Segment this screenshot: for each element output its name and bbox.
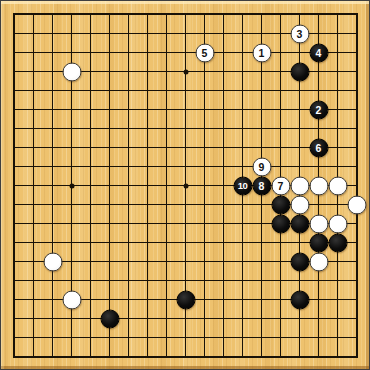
move-number-label: 9 bbox=[259, 161, 265, 172]
stone-white[interactable]: 9 bbox=[252, 157, 271, 176]
stone-white[interactable]: 3 bbox=[290, 24, 309, 43]
stone-black[interactable] bbox=[290, 214, 309, 233]
stone-white[interactable] bbox=[290, 176, 309, 195]
stone-white[interactable]: 5 bbox=[195, 43, 214, 62]
stone-white[interactable]: 1 bbox=[252, 43, 271, 62]
stone-white[interactable] bbox=[290, 195, 309, 214]
stone-white[interactable] bbox=[309, 176, 328, 195]
stone-black[interactable]: 6 bbox=[309, 138, 328, 157]
move-number-label: 6 bbox=[316, 142, 322, 153]
hoshi-point bbox=[69, 183, 74, 188]
stone-black[interactable] bbox=[290, 290, 309, 309]
stone-black[interactable] bbox=[328, 233, 347, 252]
stone-black[interactable] bbox=[290, 62, 309, 81]
stone-white[interactable] bbox=[309, 214, 328, 233]
stone-white[interactable] bbox=[328, 214, 347, 233]
move-number-label: 4 bbox=[316, 47, 322, 58]
move-number-label: 10 bbox=[238, 181, 247, 191]
stone-black[interactable]: 10 bbox=[233, 176, 252, 195]
move-number-label: 2 bbox=[316, 104, 322, 115]
stone-black[interactable] bbox=[309, 233, 328, 252]
move-number-label: 1 bbox=[259, 47, 265, 58]
move-number-label: 7 bbox=[278, 180, 284, 191]
stone-white[interactable] bbox=[347, 195, 366, 214]
stone-white[interactable] bbox=[43, 252, 62, 271]
go-board[interactable]: 35142691087 bbox=[0, 0, 370, 370]
stone-black[interactable] bbox=[100, 309, 119, 328]
stone-white[interactable] bbox=[309, 252, 328, 271]
stone-black[interactable]: 4 bbox=[309, 43, 328, 62]
move-number-label: 8 bbox=[259, 180, 265, 191]
stone-black[interactable] bbox=[271, 195, 290, 214]
stone-black[interactable]: 8 bbox=[252, 176, 271, 195]
stone-white[interactable] bbox=[62, 62, 81, 81]
stone-black[interactable] bbox=[271, 214, 290, 233]
hoshi-point bbox=[183, 183, 188, 188]
stone-black[interactable]: 2 bbox=[309, 100, 328, 119]
stone-white[interactable]: 7 bbox=[271, 176, 290, 195]
hoshi-point bbox=[183, 69, 188, 74]
stone-black[interactable] bbox=[290, 252, 309, 271]
stone-black[interactable] bbox=[176, 290, 195, 309]
move-number-label: 5 bbox=[202, 47, 208, 58]
stone-white[interactable] bbox=[328, 176, 347, 195]
move-number-label: 3 bbox=[297, 28, 303, 39]
stone-white[interactable] bbox=[62, 290, 81, 309]
